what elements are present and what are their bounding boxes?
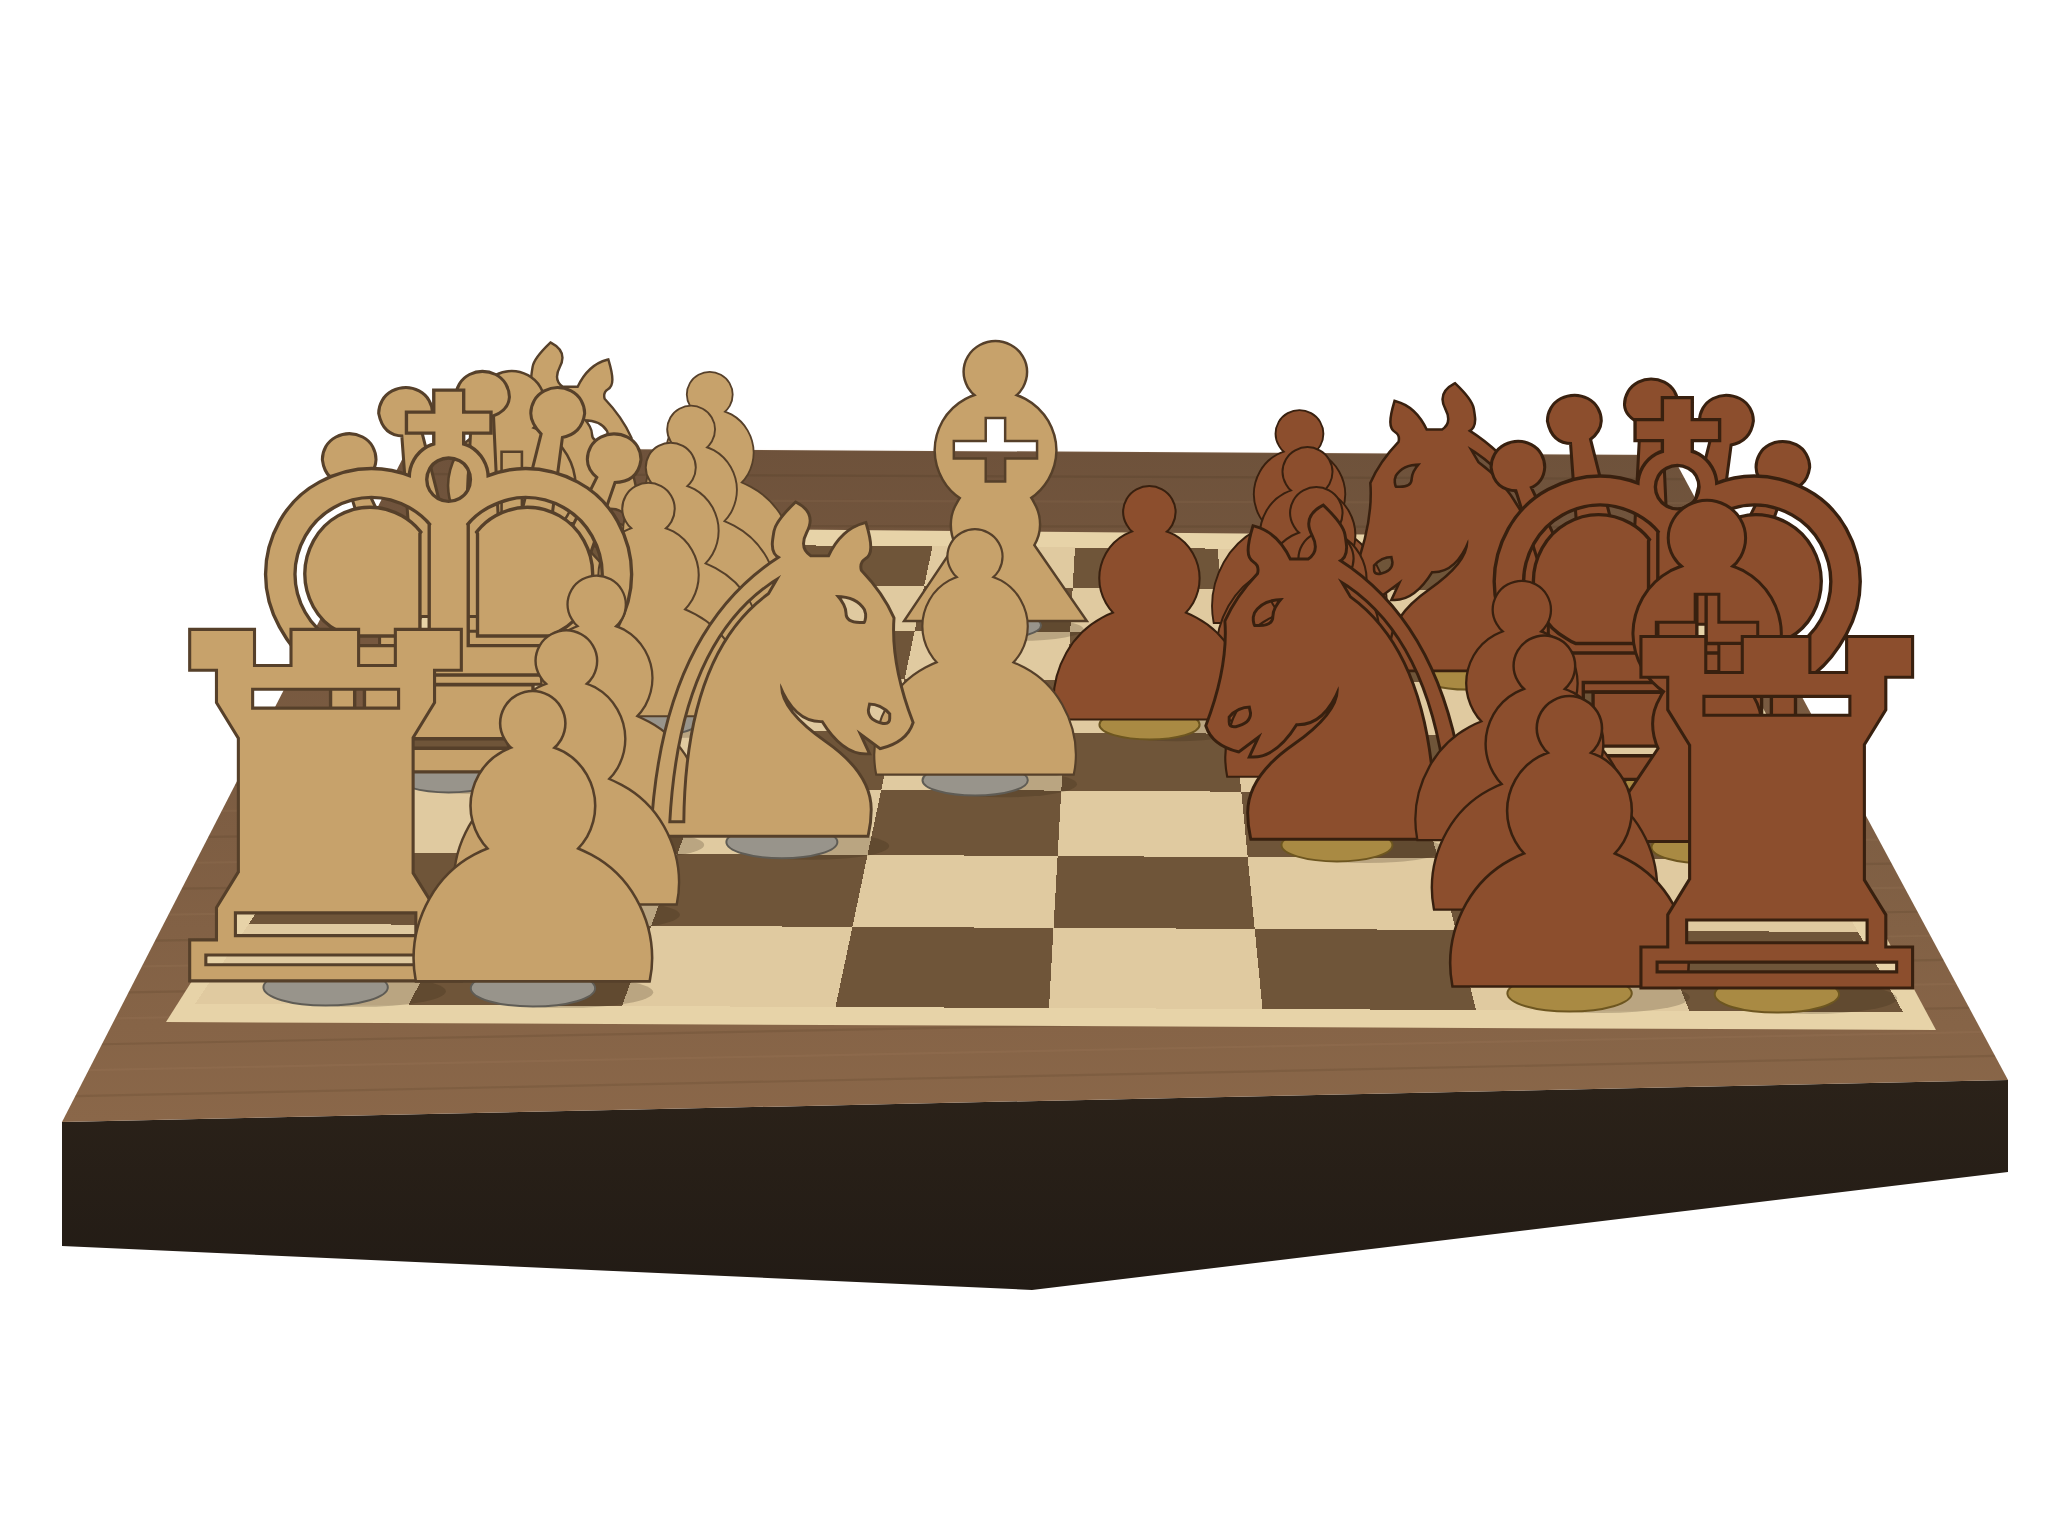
piece-glyph-pawn: ♟	[356, 614, 709, 1073]
piece-white-pawn-h2: ♟	[356, 614, 709, 1073]
piece-glyph-rook: ♜	[1563, 543, 1991, 1098]
chessboard: ♟♞♟♝♟♝♟♟♞♛♟♟♟♛♚♟♟♚♟♞♞♟♝♟♟♜♟♟♜	[0, 0, 2048, 1535]
board-photo-scene: ♟♞♟♝♟♝♟♟♞♛♟♟♟♛♚♟♟♚♟♞♞♟♝♟♟♜♟♟♜	[0, 0, 2048, 1535]
piece-black-rook-h8: ♜	[1563, 543, 1991, 1098]
